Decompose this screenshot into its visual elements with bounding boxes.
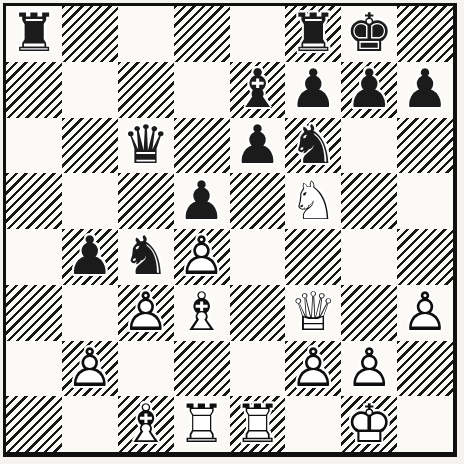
square-f3[interactable]: ♛♕: [285, 285, 341, 341]
square-g6[interactable]: [341, 118, 397, 174]
square-c7[interactable]: [118, 62, 174, 118]
piece-white-rook: ♜♖: [178, 397, 226, 450]
square-g3[interactable]: [341, 285, 397, 341]
piece-black-pawn: ♟♟: [178, 174, 226, 227]
piece-white-pawn: ♟♙: [178, 229, 226, 282]
square-d5[interactable]: ♟♟: [174, 173, 230, 229]
square-d4[interactable]: ♟♙: [174, 229, 230, 285]
scanned-diagram-page: ♜♜♜♜♚♚♝♝♟♟♟♟♟♟♛♛♟♟♞♞♟♟♞♘♟♟♞♞♟♙♟♙♝♗♛♕♟♙♟♙…: [0, 0, 464, 464]
piece-white-pawn: ♟♙: [401, 285, 449, 338]
square-d3[interactable]: ♝♗: [174, 285, 230, 341]
square-c5[interactable]: [118, 173, 174, 229]
square-g8[interactable]: ♚♚: [341, 6, 397, 62]
piece-white-rook: ♜♖: [234, 397, 282, 450]
square-f7[interactable]: ♟♟: [285, 62, 341, 118]
square-e2[interactable]: [230, 341, 286, 397]
square-f2[interactable]: ♟♙: [285, 341, 341, 397]
chess-board: ♜♜♜♜♚♚♝♝♟♟♟♟♟♟♛♛♟♟♞♞♟♟♞♘♟♟♞♞♟♙♟♙♝♗♛♕♟♙♟♙…: [3, 3, 457, 457]
piece-black-bishop: ♝♝: [234, 62, 282, 115]
square-g4[interactable]: [341, 229, 397, 285]
square-d2[interactable]: [174, 341, 230, 397]
square-c8[interactable]: [118, 6, 174, 62]
square-d1[interactable]: ♜♖: [174, 396, 230, 452]
square-e3[interactable]: [230, 285, 286, 341]
square-h3[interactable]: ♟♙: [397, 285, 453, 341]
square-a1[interactable]: [6, 396, 62, 452]
square-b7[interactable]: [62, 62, 118, 118]
square-a6[interactable]: [6, 118, 62, 174]
piece-white-king: ♚♔: [345, 397, 393, 450]
square-d7[interactable]: [174, 62, 230, 118]
square-g5[interactable]: [341, 173, 397, 229]
square-g2[interactable]: ♟♙: [341, 341, 397, 397]
piece-black-pawn: ♟♟: [345, 62, 393, 115]
square-h7[interactable]: ♟♟: [397, 62, 453, 118]
square-c2[interactable]: [118, 341, 174, 397]
square-a4[interactable]: [6, 229, 62, 285]
square-a7[interactable]: [6, 62, 62, 118]
piece-white-bishop: ♝♗: [122, 397, 170, 450]
square-e7[interactable]: ♝♝: [230, 62, 286, 118]
square-f8[interactable]: ♜♜: [285, 6, 341, 62]
square-d6[interactable]: [174, 118, 230, 174]
square-a8[interactable]: ♜♜: [6, 6, 62, 62]
square-c1[interactable]: ♝♗: [118, 396, 174, 452]
piece-white-bishop: ♝♗: [178, 285, 226, 338]
piece-black-king: ♚♚: [345, 6, 393, 59]
piece-black-knight: ♞♞: [122, 229, 170, 282]
square-b3[interactable]: [62, 285, 118, 341]
piece-white-pawn: ♟♙: [290, 341, 338, 394]
square-h4[interactable]: [397, 229, 453, 285]
square-b1[interactable]: [62, 396, 118, 452]
square-d8[interactable]: [174, 6, 230, 62]
piece-black-pawn: ♟♟: [66, 229, 114, 282]
square-b8[interactable]: [62, 6, 118, 62]
piece-white-queen: ♛♕: [290, 285, 338, 338]
piece-black-queen: ♛♛: [122, 118, 170, 171]
square-f6[interactable]: ♞♞: [285, 118, 341, 174]
piece-white-pawn: ♟♙: [122, 285, 170, 338]
piece-black-rook: ♜♜: [290, 6, 338, 59]
square-b2[interactable]: ♟♙: [62, 341, 118, 397]
square-c6[interactable]: ♛♛: [118, 118, 174, 174]
square-c3[interactable]: ♟♙: [118, 285, 174, 341]
square-h5[interactable]: [397, 173, 453, 229]
square-e1[interactable]: ♜♖: [230, 396, 286, 452]
square-b5[interactable]: [62, 173, 118, 229]
square-b6[interactable]: [62, 118, 118, 174]
square-e4[interactable]: [230, 229, 286, 285]
piece-black-pawn: ♟♟: [401, 62, 449, 115]
square-e8[interactable]: [230, 6, 286, 62]
piece-white-knight: ♞♘: [290, 174, 338, 227]
square-h6[interactable]: [397, 118, 453, 174]
square-f5[interactable]: ♞♘: [285, 173, 341, 229]
square-f4[interactable]: [285, 229, 341, 285]
square-b4[interactable]: ♟♟: [62, 229, 118, 285]
square-e5[interactable]: [230, 173, 286, 229]
piece-black-rook: ♜♜: [10, 6, 58, 59]
piece-white-pawn: ♟♙: [66, 341, 114, 394]
square-a2[interactable]: [6, 341, 62, 397]
piece-white-pawn: ♟♙: [345, 341, 393, 394]
square-h2[interactable]: [397, 341, 453, 397]
square-c4[interactable]: ♞♞: [118, 229, 174, 285]
square-h8[interactable]: [397, 6, 453, 62]
piece-black-pawn: ♟♟: [234, 118, 282, 171]
square-e6[interactable]: ♟♟: [230, 118, 286, 174]
square-a5[interactable]: [6, 173, 62, 229]
square-a3[interactable]: [6, 285, 62, 341]
square-g1[interactable]: ♚♔: [341, 396, 397, 452]
square-h1[interactable]: [397, 396, 453, 452]
square-g7[interactable]: ♟♟: [341, 62, 397, 118]
piece-black-knight: ♞♞: [290, 118, 338, 171]
piece-black-pawn: ♟♟: [290, 62, 338, 115]
square-f1[interactable]: [285, 396, 341, 452]
